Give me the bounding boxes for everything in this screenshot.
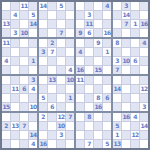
cell-r8c5[interactable] (39, 66, 47, 74)
cell-r15c9[interactable] (76, 131, 84, 139)
cell-r15c3[interactable] (20, 131, 28, 139)
cell-r13c4[interactable] (29, 113, 37, 121)
cell-r9c12[interactable] (103, 76, 111, 84)
cell-r4c11[interactable] (94, 29, 102, 37)
cell-r4c7[interactable]: 7 (57, 29, 65, 37)
cell-r14c12[interactable] (103, 122, 111, 130)
cell-r6c15[interactable] (131, 48, 139, 56)
cell-r14c3[interactable]: 7 (20, 122, 28, 130)
cell-r10c5[interactable] (39, 85, 47, 93)
box-2-2: 2374 (39, 39, 74, 74)
cell-r1c10[interactable] (85, 2, 93, 10)
cell-r6c9[interactable]: 4 (76, 48, 84, 56)
cell-r11c3[interactable] (20, 94, 28, 102)
cell-r9c8[interactable]: 10 (66, 76, 74, 84)
cell-r15c1[interactable] (2, 131, 10, 139)
cell-r13c12[interactable] (103, 113, 111, 121)
cell-r10c9[interactable] (76, 85, 84, 93)
cell-r5c3[interactable] (20, 39, 28, 47)
cell-r7c12[interactable] (103, 57, 111, 65)
cell-r2c15[interactable] (131, 11, 139, 19)
cell-r8c9[interactable]: 16 (76, 66, 84, 74)
cell-r4c8[interactable] (66, 29, 74, 37)
cell-r12c11[interactable]: 16 (94, 103, 102, 111)
cell-r8c16[interactable] (140, 66, 148, 74)
cell-r11c11[interactable]: 8 (94, 94, 102, 102)
box-4-2: 212710316 (39, 113, 74, 148)
cell-r6c12[interactable]: 1 (103, 48, 111, 56)
cell-r12c15[interactable] (131, 103, 139, 111)
cell-r15c13[interactable]: 1 (113, 131, 121, 139)
cell-r12c9[interactable] (76, 103, 84, 111)
cell-r13c3[interactable] (20, 113, 28, 121)
cell-r14c13[interactable]: 5 (113, 122, 121, 130)
cell-r14c6[interactable] (48, 122, 56, 130)
cell-r6c6[interactable]: 7 (48, 48, 56, 56)
cell-r6c3[interactable] (20, 48, 28, 56)
cell-r7c14[interactable]: 10 (122, 57, 130, 65)
cell-r11c14[interactable] (122, 94, 130, 102)
cell-r16c15[interactable] (131, 140, 139, 148)
cell-r7c11[interactable] (94, 57, 102, 65)
cell-r16c9[interactable] (76, 140, 84, 148)
cell-r16c13[interactable]: 13 (113, 140, 121, 148)
cell-r1c3[interactable]: 11 (20, 2, 28, 10)
cell-r16c8[interactable] (66, 140, 74, 148)
cell-r2c8[interactable] (66, 11, 74, 19)
cell-r6c13[interactable] (113, 48, 121, 56)
cell-r4c14[interactable] (122, 29, 130, 37)
cell-r14c14[interactable] (122, 122, 130, 130)
cell-r9c9[interactable]: 11 (76, 76, 84, 84)
cell-r4c5[interactable] (39, 29, 47, 37)
cell-r8c8[interactable]: 4 (66, 66, 74, 74)
cell-r6c5[interactable]: 3 (39, 48, 47, 56)
cell-r3c11[interactable] (94, 20, 102, 28)
cell-r2c12[interactable] (103, 11, 111, 19)
cell-r8c7[interactable] (57, 66, 65, 74)
cell-r12c6[interactable]: 6 (48, 103, 56, 111)
cell-r4c6[interactable] (48, 29, 56, 37)
cell-r1c12[interactable]: 4 (103, 2, 111, 10)
cell-r6c2[interactable] (11, 48, 19, 56)
cell-r11c4[interactable] (29, 94, 37, 102)
cell-r5c10[interactable] (85, 39, 93, 47)
cell-r8c6[interactable] (48, 66, 56, 74)
cell-r8c15[interactable] (131, 66, 139, 74)
cell-r10c8[interactable] (66, 85, 74, 93)
cell-r3c2[interactable] (11, 20, 19, 28)
cell-r14c11[interactable] (94, 122, 102, 130)
cell-r4c12[interactable]: 16 (103, 29, 111, 37)
cell-r13c7[interactable]: 12 (57, 113, 65, 121)
box-1-2: 1457 (39, 2, 74, 37)
cell-r9c11[interactable] (94, 76, 102, 84)
cell-r10c2[interactable]: 11 (11, 85, 19, 93)
cell-r15c8[interactable] (66, 131, 74, 139)
box-2-1: 1141 (2, 39, 37, 74)
box-2-4: 8431067 (113, 39, 148, 74)
cell-r2c2[interactable]: 4 (11, 11, 19, 19)
cell-r1c2[interactable] (11, 2, 19, 10)
cell-r13c15[interactable]: 4 (131, 113, 139, 121)
cell-r5c8[interactable] (66, 39, 74, 47)
cell-r12c3[interactable] (20, 103, 28, 111)
cell-r4c1[interactable] (2, 29, 10, 37)
cell-r5c2[interactable] (11, 39, 19, 47)
cell-r9c4[interactable]: 3 (29, 76, 37, 84)
cell-r13c13[interactable] (113, 113, 121, 121)
cell-r13c8[interactable]: 7 (66, 113, 74, 121)
cell-r5c6[interactable]: 2 (48, 39, 56, 47)
box-3-4: 14123 (113, 76, 148, 111)
cell-r3c14[interactable]: 7 (122, 20, 130, 28)
cell-r9c14[interactable] (122, 76, 130, 84)
cell-r16c2[interactable] (11, 140, 19, 148)
box-1-1: 11451314310 (2, 2, 37, 37)
cell-r14c7[interactable]: 10 (57, 122, 65, 130)
cell-r7c7[interactable] (57, 57, 65, 65)
cell-r6c14[interactable] (122, 48, 130, 56)
cell-r13c6[interactable] (48, 113, 56, 121)
cell-r15c7[interactable]: 3 (57, 131, 65, 139)
cell-r9c1[interactable] (2, 76, 10, 84)
cell-r15c11[interactable] (94, 131, 102, 139)
cell-r10c4[interactable]: 4 (29, 85, 37, 93)
cell-r1c9[interactable] (76, 2, 84, 10)
cell-r4c9[interactable]: 9 (76, 29, 84, 37)
cell-r6c1[interactable] (2, 48, 10, 56)
cell-r14c10[interactable] (85, 122, 93, 130)
cell-r15c6[interactable] (48, 131, 56, 139)
cell-r12c10[interactable] (85, 103, 93, 111)
cell-r15c16[interactable] (140, 131, 148, 139)
cell-r5c15[interactable] (131, 39, 139, 47)
cell-r13c16[interactable] (140, 113, 148, 121)
cell-r11c2[interactable] (11, 94, 19, 102)
cell-r7c8[interactable] (66, 57, 74, 65)
cell-r11c16[interactable] (140, 94, 148, 102)
cell-r8c3[interactable] (20, 66, 28, 74)
cell-r11c13[interactable] (113, 94, 121, 102)
cell-r14c15[interactable] (131, 122, 139, 130)
cell-r5c11[interactable]: 9 (94, 39, 102, 47)
cell-r12c8[interactable] (66, 103, 74, 111)
cell-r4c3[interactable]: 10 (20, 29, 28, 37)
cell-r6c11[interactable] (94, 48, 102, 56)
cell-r14c4[interactable] (29, 122, 37, 130)
cell-r16c10[interactable]: 7 (85, 140, 93, 148)
cell-r15c14[interactable] (122, 131, 130, 139)
cell-r3c12[interactable] (103, 20, 111, 28)
cell-r7c10[interactable] (85, 57, 93, 65)
cell-r13c14[interactable]: 16 (122, 113, 130, 121)
box-3-2: 1310516 (39, 76, 74, 111)
cell-r10c7[interactable] (57, 85, 65, 93)
cell-r3c5[interactable] (39, 20, 47, 28)
cell-r2c16[interactable] (140, 11, 148, 19)
cell-r11c5[interactable]: 5 (39, 94, 47, 102)
cell-r14c16[interactable]: 14 (140, 122, 148, 130)
cell-r5c5[interactable] (39, 39, 47, 47)
cell-r2c9[interactable] (76, 11, 84, 19)
cell-r3c3[interactable] (20, 20, 28, 28)
cell-r9c3[interactable] (20, 76, 28, 84)
cell-r5c9[interactable] (76, 39, 84, 47)
cell-r9c7[interactable] (57, 76, 65, 84)
box-1-3: 43119616 (76, 2, 111, 37)
cell-r5c14[interactable] (122, 39, 130, 47)
cell-r2c13[interactable] (113, 11, 121, 19)
cell-r16c1[interactable] (2, 140, 10, 148)
cell-r4c4[interactable] (29, 29, 37, 37)
cell-r2c7[interactable] (57, 11, 65, 19)
cell-r12c12[interactable] (103, 103, 111, 111)
cell-r16c14[interactable] (122, 140, 130, 148)
cell-r16c3[interactable] (20, 140, 28, 148)
cell-r10c15[interactable] (131, 85, 139, 93)
cell-r12c7[interactable] (57, 103, 65, 111)
cell-r16c12[interactable]: 5 (103, 140, 111, 148)
cell-r8c13[interactable]: 7 (113, 66, 121, 74)
cell-r8c2[interactable] (11, 66, 19, 74)
cell-r10c1[interactable] (2, 85, 10, 93)
cell-r3c4[interactable]: 14 (29, 20, 37, 28)
cell-r6c8[interactable] (66, 48, 74, 56)
cell-r7c13[interactable]: 3 (113, 57, 121, 65)
cell-r2c6[interactable] (48, 11, 56, 19)
box-4-4: 16451411213 (113, 113, 148, 148)
cell-r3c9[interactable] (76, 20, 84, 28)
cell-r2c10[interactable]: 3 (85, 11, 93, 19)
cell-r13c1[interactable] (2, 113, 10, 121)
cell-r14c5[interactable] (39, 122, 47, 130)
cell-r7c15[interactable]: 6 (131, 57, 139, 65)
cell-r1c5[interactable]: 14 (39, 2, 47, 10)
cell-r12c16[interactable]: 3 (140, 103, 148, 111)
cell-r10c10[interactable] (85, 85, 93, 93)
cell-r11c6[interactable] (48, 94, 56, 102)
cell-r3c8[interactable] (66, 20, 74, 28)
cell-r15c4[interactable]: 14 (29, 131, 37, 139)
cell-r3c13[interactable] (113, 20, 121, 28)
cell-r16c11[interactable] (94, 140, 102, 148)
cell-r1c14[interactable]: 3 (122, 2, 130, 10)
cell-r4c15[interactable] (131, 29, 139, 37)
cell-r1c15[interactable] (131, 2, 139, 10)
cell-r11c10[interactable] (85, 94, 93, 102)
cell-r3c10[interactable]: 11 (85, 20, 93, 28)
cell-r4c13[interactable] (113, 29, 121, 37)
box-3-3: 118616 (76, 76, 111, 111)
box-2-3: 9411615 (76, 39, 111, 74)
cell-r7c6[interactable] (48, 57, 56, 65)
cell-r5c16[interactable]: 4 (140, 39, 148, 47)
cell-r16c16[interactable] (140, 140, 148, 148)
cell-r1c7[interactable]: 5 (57, 2, 65, 10)
cell-r9c15[interactable] (131, 76, 139, 84)
cell-r1c8[interactable] (66, 2, 74, 10)
cell-r2c5[interactable] (39, 11, 47, 19)
cell-r12c5[interactable] (39, 103, 47, 111)
cell-r7c3[interactable] (20, 57, 28, 65)
cell-r11c8[interactable]: 1 (66, 94, 74, 102)
cell-r12c2[interactable] (11, 103, 19, 111)
cell-r11c12[interactable]: 6 (103, 94, 111, 102)
cell-r1c16[interactable] (140, 2, 148, 10)
sudoku-board: 1145131431014574311961631471161141237494… (0, 0, 150, 150)
cell-r7c2[interactable] (11, 57, 19, 65)
cell-r10c16[interactable]: 12 (140, 85, 148, 93)
cell-r1c13[interactable] (113, 2, 121, 10)
cell-r3c16[interactable]: 16 (140, 20, 148, 28)
cell-r9c6[interactable]: 13 (48, 76, 56, 84)
cell-r2c3[interactable] (20, 11, 28, 19)
cell-r8c1[interactable] (2, 66, 10, 74)
cell-r15c5[interactable] (39, 131, 47, 139)
cell-r7c16[interactable] (140, 57, 148, 65)
cell-r16c5[interactable]: 16 (39, 140, 47, 148)
cell-r9c2[interactable] (11, 76, 19, 84)
cell-r5c12[interactable] (103, 39, 111, 47)
cell-r14c2[interactable]: 13 (11, 122, 19, 130)
cell-r10c11[interactable] (94, 85, 102, 93)
cell-r6c16[interactable] (140, 48, 148, 56)
cell-r5c13[interactable]: 8 (113, 39, 121, 47)
cell-r16c7[interactable] (57, 140, 65, 148)
cell-r13c10[interactable]: 8 (85, 113, 93, 121)
cell-r6c10[interactable] (85, 48, 93, 56)
cell-r14c1[interactable]: 2 (2, 122, 10, 130)
cell-r15c10[interactable] (85, 131, 93, 139)
cell-r13c9[interactable] (76, 113, 84, 121)
cell-r10c6[interactable] (48, 85, 56, 93)
cell-r10c12[interactable] (103, 85, 111, 93)
box-4-3: 875 (76, 113, 111, 148)
cell-r5c7[interactable] (57, 39, 65, 47)
cell-r4c16[interactable] (140, 29, 148, 37)
cell-r1c6[interactable] (48, 2, 56, 10)
cell-r8c12[interactable] (103, 66, 111, 74)
cell-r16c6[interactable] (48, 140, 56, 148)
cell-r5c1[interactable]: 11 (2, 39, 10, 47)
cell-r3c6[interactable] (48, 20, 56, 28)
cell-r13c5[interactable]: 2 (39, 113, 47, 121)
cell-r8c11[interactable]: 15 (94, 66, 102, 74)
cell-r9c16[interactable] (140, 76, 148, 84)
cell-r9c10[interactable] (85, 76, 93, 84)
cell-r16c4[interactable]: 4 (29, 140, 37, 148)
cell-r2c14[interactable]: 14 (122, 11, 130, 19)
cell-r4c2[interactable]: 3 (11, 29, 19, 37)
cell-r2c11[interactable] (94, 11, 102, 19)
cell-r10c3[interactable]: 6 (20, 85, 28, 93)
cell-r15c2[interactable] (11, 131, 19, 139)
cell-r15c12[interactable] (103, 131, 111, 139)
cell-r2c1[interactable] (2, 11, 10, 19)
cell-r14c9[interactable] (76, 122, 84, 130)
cell-r8c4[interactable] (29, 66, 37, 74)
cell-r7c5[interactable] (39, 57, 47, 65)
cell-r11c9[interactable] (76, 94, 84, 102)
cell-r2c4[interactable]: 5 (29, 11, 37, 19)
cell-r12c14[interactable] (122, 103, 130, 111)
cell-r15c15[interactable]: 12 (131, 131, 139, 139)
box-1-4: 3147116 (113, 2, 148, 37)
cell-r1c11[interactable] (94, 2, 102, 10)
cell-r11c7[interactable] (57, 94, 65, 102)
cell-r3c15[interactable]: 1 (131, 20, 139, 28)
cell-r14c8[interactable] (66, 122, 74, 130)
cell-r1c1[interactable] (2, 2, 10, 10)
cell-r8c10[interactable] (85, 66, 93, 74)
cell-r6c4[interactable] (29, 48, 37, 56)
cell-r1c4[interactable] (29, 2, 37, 10)
cell-r12c4[interactable]: 10 (29, 103, 37, 111)
cell-r10c13[interactable]: 14 (113, 85, 121, 93)
cell-r10c14[interactable] (122, 85, 130, 93)
cell-r7c4[interactable]: 1 (29, 57, 37, 65)
cell-r3c7[interactable] (57, 20, 65, 28)
cell-r8c14[interactable] (122, 66, 130, 74)
cell-r6c7[interactable] (57, 48, 65, 56)
cell-r13c2[interactable] (11, 113, 19, 121)
cell-r9c13[interactable] (113, 76, 121, 84)
cell-r11c15[interactable] (131, 94, 139, 102)
cell-r12c13[interactable] (113, 103, 121, 111)
cell-r4c10[interactable]: 6 (85, 29, 93, 37)
box-3-1: 311641510 (2, 76, 37, 111)
cell-r13c11[interactable] (94, 113, 102, 121)
cell-r5c4[interactable] (29, 39, 37, 47)
cell-r12c1[interactable]: 15 (2, 103, 10, 111)
cell-r11c1[interactable] (2, 94, 10, 102)
cell-r3c1[interactable]: 13 (2, 20, 10, 28)
box-4-1: 2137144 (2, 113, 37, 148)
cell-r9c5[interactable] (39, 76, 47, 84)
cell-r7c9[interactable] (76, 57, 84, 65)
cell-r7c1[interactable]: 4 (2, 57, 10, 65)
